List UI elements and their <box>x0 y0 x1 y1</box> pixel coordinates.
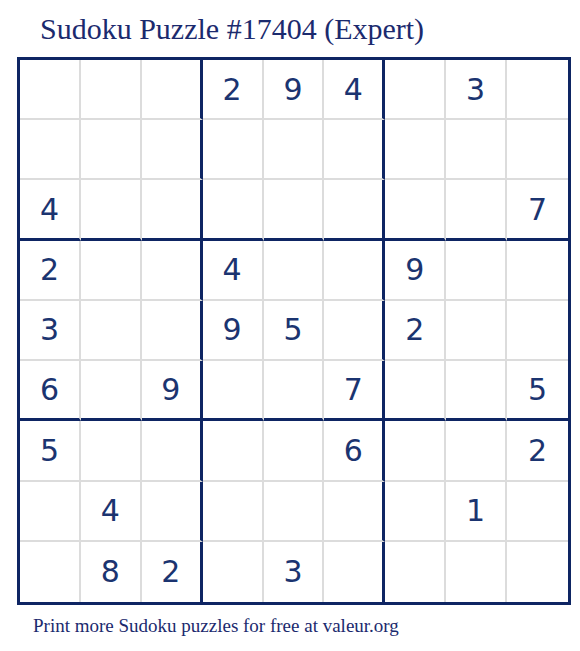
cell-r1c6[interactable]: 4 <box>324 60 385 120</box>
cell-r4c7[interactable]: 9 <box>385 241 446 301</box>
cell-r5c4[interactable]: 9 <box>203 301 264 361</box>
cell-r5c3[interactable] <box>142 301 203 361</box>
cell-r6c7[interactable] <box>385 361 446 421</box>
cell-r7c5[interactable] <box>264 421 325 481</box>
page-title: Sudoku Puzzle #17404 (Expert) <box>40 11 424 47</box>
cell-r1c9[interactable] <box>507 60 568 120</box>
cell-r7c1[interactable]: 5 <box>20 421 81 481</box>
cell-r2c8[interactable] <box>446 120 507 180</box>
cell-r1c8[interactable]: 3 <box>446 60 507 120</box>
cell-r4c6[interactable] <box>324 241 385 301</box>
cell-r5c7[interactable]: 2 <box>385 301 446 361</box>
cell-r1c1[interactable] <box>20 60 81 120</box>
cell-r1c4[interactable]: 2 <box>203 60 264 120</box>
cell-r6c4[interactable] <box>203 361 264 421</box>
cell-r1c7[interactable] <box>385 60 446 120</box>
cell-r7c2[interactable] <box>81 421 142 481</box>
cell-r8c1[interactable] <box>20 482 81 542</box>
cell-r8c5[interactable] <box>264 482 325 542</box>
cell-r3c3[interactable] <box>142 180 203 240</box>
cell-r7c7[interactable] <box>385 421 446 481</box>
cell-r4c8[interactable] <box>446 241 507 301</box>
cell-r5c6[interactable] <box>324 301 385 361</box>
cell-r8c7[interactable] <box>385 482 446 542</box>
cell-r9c8[interactable] <box>446 542 507 602</box>
cell-r2c4[interactable] <box>203 120 264 180</box>
cell-r7c9[interactable]: 2 <box>507 421 568 481</box>
cell-r5c8[interactable] <box>446 301 507 361</box>
cell-r2c3[interactable] <box>142 120 203 180</box>
cell-r3c5[interactable] <box>264 180 325 240</box>
cell-r2c6[interactable] <box>324 120 385 180</box>
cell-r8c9[interactable] <box>507 482 568 542</box>
cell-r3c7[interactable] <box>385 180 446 240</box>
cell-r1c2[interactable] <box>81 60 142 120</box>
cell-r4c2[interactable] <box>81 241 142 301</box>
cell-r6c5[interactable] <box>264 361 325 421</box>
cell-r6c8[interactable] <box>446 361 507 421</box>
cell-r5c2[interactable] <box>81 301 142 361</box>
cell-r1c5[interactable]: 9 <box>264 60 325 120</box>
cell-r8c4[interactable] <box>203 482 264 542</box>
cell-r6c3[interactable]: 9 <box>142 361 203 421</box>
cell-r5c9[interactable] <box>507 301 568 361</box>
cell-r5c5[interactable]: 5 <box>264 301 325 361</box>
cell-r2c9[interactable] <box>507 120 568 180</box>
cell-r3c6[interactable] <box>324 180 385 240</box>
cell-r4c9[interactable] <box>507 241 568 301</box>
cell-r9c6[interactable] <box>324 542 385 602</box>
cell-r2c1[interactable] <box>20 120 81 180</box>
cell-r9c2[interactable]: 8 <box>81 542 142 602</box>
cell-r4c1[interactable]: 2 <box>20 241 81 301</box>
cell-r8c6[interactable] <box>324 482 385 542</box>
cell-r9c7[interactable] <box>385 542 446 602</box>
cell-r7c3[interactable] <box>142 421 203 481</box>
cell-r9c3[interactable]: 2 <box>142 542 203 602</box>
cell-r2c7[interactable] <box>385 120 446 180</box>
cell-r3c2[interactable] <box>81 180 142 240</box>
sudoku-board: 2943472493952697556241823 <box>17 57 571 605</box>
cell-r4c4[interactable]: 4 <box>203 241 264 301</box>
cell-r9c4[interactable] <box>203 542 264 602</box>
cell-r6c2[interactable] <box>81 361 142 421</box>
cell-r8c2[interactable]: 4 <box>81 482 142 542</box>
cell-r3c9[interactable]: 7 <box>507 180 568 240</box>
cell-r2c5[interactable] <box>264 120 325 180</box>
cell-r6c9[interactable]: 5 <box>507 361 568 421</box>
cell-r7c8[interactable] <box>446 421 507 481</box>
cell-r2c2[interactable] <box>81 120 142 180</box>
sudoku-page: Sudoku Puzzle #17404 (Expert) 2943472493… <box>0 0 580 651</box>
cell-r5c1[interactable]: 3 <box>20 301 81 361</box>
cell-r9c1[interactable] <box>20 542 81 602</box>
footer-text: Print more Sudoku puzzles for free at va… <box>33 613 399 639</box>
cell-r3c1[interactable]: 4 <box>20 180 81 240</box>
cell-r6c1[interactable]: 6 <box>20 361 81 421</box>
cell-r8c3[interactable] <box>142 482 203 542</box>
cell-r9c5[interactable]: 3 <box>264 542 325 602</box>
cell-r6c6[interactable]: 7 <box>324 361 385 421</box>
cell-r7c4[interactable] <box>203 421 264 481</box>
cell-r1c3[interactable] <box>142 60 203 120</box>
cell-r3c8[interactable] <box>446 180 507 240</box>
cell-r7c6[interactable]: 6 <box>324 421 385 481</box>
cell-r3c4[interactable] <box>203 180 264 240</box>
cell-r9c9[interactable] <box>507 542 568 602</box>
cell-r4c5[interactable] <box>264 241 325 301</box>
cell-r4c3[interactable] <box>142 241 203 301</box>
cell-r8c8[interactable]: 1 <box>446 482 507 542</box>
